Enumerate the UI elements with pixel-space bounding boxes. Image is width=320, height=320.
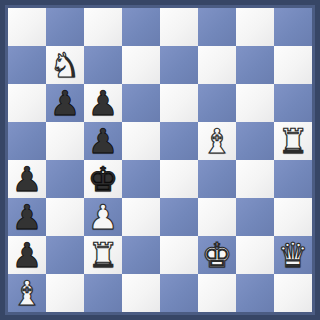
square-f3[interactable] [198, 198, 236, 236]
square-d2[interactable] [122, 236, 160, 274]
square-h7[interactable] [274, 46, 312, 84]
square-h3[interactable] [274, 198, 312, 236]
square-h2[interactable]: ♛ [274, 236, 312, 274]
square-e4[interactable] [160, 160, 198, 198]
square-c1[interactable] [84, 274, 122, 312]
square-f4[interactable] [198, 160, 236, 198]
square-g2[interactable] [236, 236, 274, 274]
square-h5[interactable]: ♜ [274, 122, 312, 160]
square-h8[interactable] [274, 8, 312, 46]
square-g8[interactable] [236, 8, 274, 46]
square-g6[interactable] [236, 84, 274, 122]
square-a2[interactable]: ♟ [8, 236, 46, 274]
white-knight-b7[interactable]: ♞ [46, 46, 84, 84]
square-b4[interactable] [46, 160, 84, 198]
black-king-c4[interactable]: ♚ [84, 160, 122, 198]
square-c4[interactable]: ♚ [84, 160, 122, 198]
square-a7[interactable] [8, 46, 46, 84]
square-f7[interactable] [198, 46, 236, 84]
white-bishop-a1[interactable]: ♝ [8, 274, 46, 312]
square-g1[interactable] [236, 274, 274, 312]
square-f6[interactable] [198, 84, 236, 122]
square-b8[interactable] [46, 8, 84, 46]
square-e8[interactable] [160, 8, 198, 46]
square-c5[interactable]: ♟ [84, 122, 122, 160]
black-pawn-b6[interactable]: ♟ [46, 84, 84, 122]
square-g4[interactable] [236, 160, 274, 198]
square-g5[interactable] [236, 122, 274, 160]
square-b6[interactable]: ♟ [46, 84, 84, 122]
square-e3[interactable] [160, 198, 198, 236]
square-c6[interactable]: ♟ [84, 84, 122, 122]
square-e2[interactable] [160, 236, 198, 274]
black-pawn-a4[interactable]: ♟ [8, 160, 46, 198]
square-d8[interactable] [122, 8, 160, 46]
square-b7[interactable]: ♞ [46, 46, 84, 84]
white-king-f2[interactable]: ♚ [198, 236, 236, 274]
square-a1[interactable]: ♝ [8, 274, 46, 312]
white-rook-c2[interactable]: ♜ [84, 236, 122, 274]
black-pawn-c5[interactable]: ♟ [84, 122, 122, 160]
square-c3[interactable]: ♟ [84, 198, 122, 236]
black-pawn-c6[interactable]: ♟ [84, 84, 122, 122]
square-e5[interactable] [160, 122, 198, 160]
square-g3[interactable] [236, 198, 274, 236]
square-f2[interactable]: ♚ [198, 236, 236, 274]
square-c2[interactable]: ♜ [84, 236, 122, 274]
square-a6[interactable] [8, 84, 46, 122]
black-pawn-a2[interactable]: ♟ [8, 236, 46, 274]
square-d3[interactable] [122, 198, 160, 236]
square-a8[interactable] [8, 8, 46, 46]
square-h4[interactable] [274, 160, 312, 198]
square-e1[interactable] [160, 274, 198, 312]
black-pawn-a3[interactable]: ♟ [8, 198, 46, 236]
square-b5[interactable] [46, 122, 84, 160]
square-d1[interactable] [122, 274, 160, 312]
square-e7[interactable] [160, 46, 198, 84]
square-a4[interactable]: ♟ [8, 160, 46, 198]
square-d7[interactable] [122, 46, 160, 84]
white-rook-h5[interactable]: ♜ [274, 122, 312, 160]
square-a5[interactable] [8, 122, 46, 160]
square-d4[interactable] [122, 160, 160, 198]
square-h6[interactable] [274, 84, 312, 122]
square-b3[interactable] [46, 198, 84, 236]
white-bishop-f5[interactable]: ♝ [198, 122, 236, 160]
white-pawn-c3[interactable]: ♟ [84, 198, 122, 236]
square-f8[interactable] [198, 8, 236, 46]
square-e6[interactable] [160, 84, 198, 122]
square-h1[interactable] [274, 274, 312, 312]
white-queen-h2[interactable]: ♛ [274, 236, 312, 274]
square-d6[interactable] [122, 84, 160, 122]
chess-board-grid: ♞♟♟♟♝♜♟♚♟♟♟♜♚♛♝ [8, 8, 312, 312]
square-d5[interactable] [122, 122, 160, 160]
square-c7[interactable] [84, 46, 122, 84]
square-b2[interactable] [46, 236, 84, 274]
square-a3[interactable]: ♟ [8, 198, 46, 236]
square-f1[interactable] [198, 274, 236, 312]
square-g7[interactable] [236, 46, 274, 84]
square-f5[interactable]: ♝ [198, 122, 236, 160]
chess-board: ♞♟♟♟♝♜♟♚♟♟♟♜♚♛♝ [0, 0, 320, 320]
square-b1[interactable] [46, 274, 84, 312]
square-c8[interactable] [84, 8, 122, 46]
